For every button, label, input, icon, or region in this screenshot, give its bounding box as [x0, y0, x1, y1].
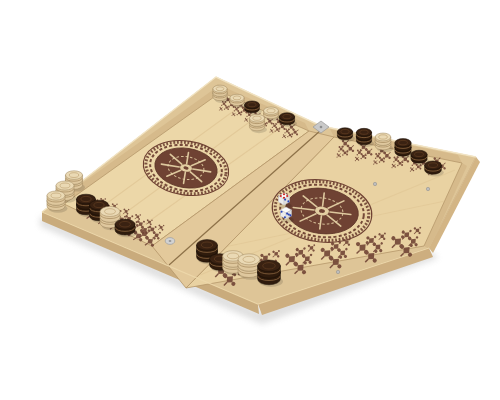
screw	[336, 270, 339, 273]
checker-stack-dark[interactable]	[115, 219, 137, 237]
screw	[373, 182, 376, 185]
screw	[426, 187, 429, 190]
checker-stack-light[interactable]	[375, 133, 393, 152]
checker-stack-dark[interactable]	[258, 260, 283, 287]
checker-stack-dark[interactable]	[337, 128, 355, 142]
backgammon-set-photo	[0, 0, 500, 400]
latch-disc	[165, 238, 175, 245]
checker-stack-light[interactable]	[47, 191, 68, 213]
checker-stack-light[interactable]	[249, 114, 267, 133]
checker-stack-dark[interactable]	[356, 128, 374, 147]
checker-stack-light[interactable]	[213, 85, 230, 103]
backgammon-board-scene	[0, 0, 500, 400]
